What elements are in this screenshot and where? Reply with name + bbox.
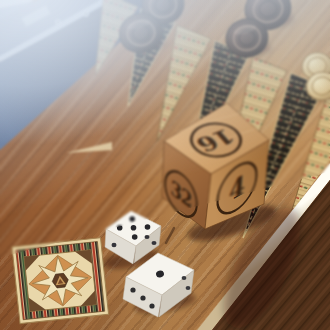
peg-shadow — [166, 228, 174, 243]
hinge-screw-slot — [57, 21, 59, 23]
hinge-screw-slot — [85, 13, 87, 15]
scene-graphic: 16 32 4 — [0, 0, 330, 330]
grain-highlight — [66, 142, 112, 153]
inlay-star-panel — [12, 238, 109, 324]
checkers-dark-group — [115, 0, 295, 62]
backgammon-photo-scene: 16 32 4 — [0, 0, 330, 330]
